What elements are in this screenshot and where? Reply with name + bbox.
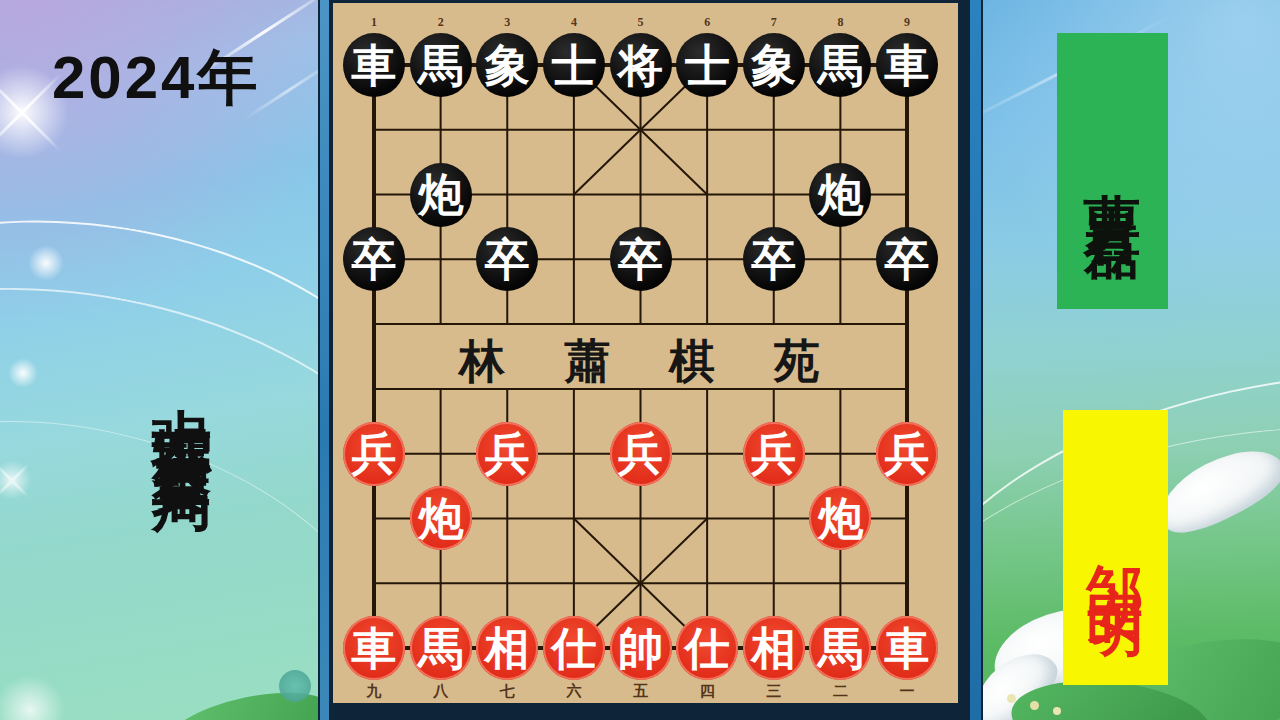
player-top-nameplate: 曹岩磊	[1057, 33, 1168, 309]
left-background: 2024年 十强擂台赛第二局	[0, 0, 318, 720]
piece-red-elephant[interactable]: 相	[476, 616, 538, 680]
file-label-top: 6	[704, 15, 710, 30]
piece-red-soldier[interactable]: 兵	[743, 422, 805, 486]
stamen-dot	[1053, 707, 1061, 715]
river-text-char: 林	[454, 331, 510, 393]
piece-red-soldier[interactable]: 兵	[476, 422, 538, 486]
piece-red-horse[interactable]: 馬	[410, 616, 472, 680]
screenshot-stage: 2024年 十强擂台赛第二局 曹岩磊 邹安明 123456789九八七六五四三二…	[0, 0, 1280, 720]
file-label-bottom: 八	[433, 682, 448, 701]
file-label-top: 3	[504, 15, 510, 30]
year-title: 2024年	[52, 38, 312, 119]
file-label-bottom: 三	[766, 682, 781, 701]
player-bottom-name: 邹安明	[1077, 518, 1154, 578]
piece-black-horse[interactable]: 馬	[809, 33, 871, 97]
file-label-bottom: 二	[833, 682, 848, 701]
file-label-top: 9	[904, 15, 910, 30]
piece-black-soldier[interactable]: 卒	[476, 227, 538, 291]
piece-red-cannon[interactable]: 炮	[809, 486, 871, 550]
piece-red-chariot[interactable]: 車	[343, 616, 405, 680]
player-bottom-nameplate: 邹安明	[1063, 410, 1168, 685]
piece-black-cannon[interactable]: 炮	[410, 163, 472, 227]
stamen-dot	[1007, 694, 1016, 703]
file-label-bottom: 九	[367, 682, 382, 701]
river-text-char: 蕭	[559, 331, 615, 393]
piece-black-soldier[interactable]: 卒	[876, 227, 938, 291]
piece-black-chariot[interactable]: 車	[876, 33, 938, 97]
piece-black-chariot[interactable]: 車	[343, 33, 405, 97]
river-text-char: 苑	[769, 331, 825, 393]
piece-red-soldier[interactable]: 兵	[610, 422, 672, 486]
piece-red-elephant[interactable]: 相	[743, 616, 805, 680]
piece-red-advisor[interactable]: 仕	[543, 616, 605, 680]
stamen-dot	[1030, 701, 1039, 710]
light-glow	[28, 245, 64, 281]
piece-black-horse[interactable]: 馬	[410, 33, 472, 97]
event-title: 十强擂台赛第二局	[146, 108, 216, 692]
piece-red-advisor[interactable]: 仕	[676, 616, 738, 680]
piece-red-horse[interactable]: 馬	[809, 616, 871, 680]
board-grid	[318, 0, 983, 720]
piece-black-general[interactable]: 将	[610, 33, 672, 97]
piece-red-cannon[interactable]: 炮	[410, 486, 472, 550]
player-top-name: 曹岩磊	[1074, 147, 1151, 195]
xiangqi-board-panel: 123456789九八七六五四三二一林蕭棋苑車馬象士将士象馬車炮炮卒卒卒卒卒兵兵…	[318, 0, 983, 720]
file-label-bottom: 七	[500, 682, 515, 701]
piece-black-cannon[interactable]: 炮	[809, 163, 871, 227]
piece-black-advisor[interactable]: 士	[676, 33, 738, 97]
piece-red-soldier[interactable]: 兵	[876, 422, 938, 486]
file-label-bottom: 六	[566, 682, 581, 701]
river-text-char: 棋	[664, 331, 720, 393]
file-label-bottom: 五	[633, 682, 648, 701]
file-label-top: 2	[438, 15, 444, 30]
piece-red-general[interactable]: 帥	[610, 616, 672, 680]
piece-black-soldier[interactable]: 卒	[610, 227, 672, 291]
piece-black-elephant[interactable]: 象	[743, 33, 805, 97]
file-label-bottom: 一	[900, 682, 915, 701]
file-label-top: 8	[837, 15, 843, 30]
piece-red-soldier[interactable]: 兵	[343, 422, 405, 486]
piece-black-advisor[interactable]: 士	[543, 33, 605, 97]
file-label-top: 5	[638, 15, 644, 30]
light-glow	[8, 358, 38, 388]
teal-dot-decor	[279, 670, 311, 702]
file-label-top: 1	[371, 15, 377, 30]
file-label-top: 7	[771, 15, 777, 30]
piece-black-soldier[interactable]: 卒	[743, 227, 805, 291]
piece-black-elephant[interactable]: 象	[476, 33, 538, 97]
piece-red-chariot[interactable]: 車	[876, 616, 938, 680]
file-label-top: 4	[571, 15, 577, 30]
piece-black-soldier[interactable]: 卒	[343, 227, 405, 291]
file-label-bottom: 四	[700, 682, 715, 701]
